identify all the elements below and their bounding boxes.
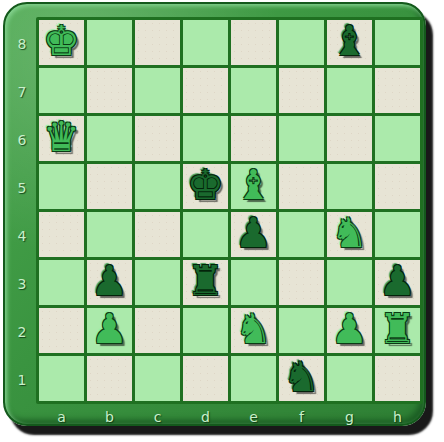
square-d1[interactable] bbox=[183, 356, 228, 401]
square-c6[interactable] bbox=[135, 116, 180, 161]
square-f7[interactable] bbox=[279, 68, 324, 113]
square-a7[interactable] bbox=[39, 68, 84, 113]
square-b2[interactable]: ♟ bbox=[87, 308, 132, 353]
rank-label-7: 7 bbox=[9, 68, 35, 116]
square-b4[interactable] bbox=[87, 212, 132, 257]
square-f1[interactable]: ♞ bbox=[279, 356, 324, 401]
rank-label-5: 5 bbox=[9, 164, 35, 212]
file-label-h: h bbox=[375, 404, 420, 430]
square-b3[interactable]: ♟ bbox=[87, 260, 132, 305]
piece-white-bishop[interactable]: ♝ bbox=[235, 165, 272, 206]
square-b6[interactable] bbox=[87, 116, 132, 161]
square-g4[interactable]: ♞ bbox=[327, 212, 372, 257]
square-g5[interactable] bbox=[327, 164, 372, 209]
piece-black-pawn[interactable]: ♟ bbox=[235, 213, 272, 254]
square-h7[interactable] bbox=[375, 68, 420, 113]
rank-labels: 87654321 bbox=[9, 20, 35, 404]
square-e5[interactable]: ♝ bbox=[231, 164, 276, 209]
square-f6[interactable] bbox=[279, 116, 324, 161]
piece-white-pawn[interactable]: ♟ bbox=[91, 309, 128, 350]
file-label-g: g bbox=[327, 404, 372, 430]
square-g7[interactable] bbox=[327, 68, 372, 113]
rank-label-1: 1 bbox=[9, 356, 35, 404]
file-label-f: f bbox=[279, 404, 324, 430]
square-d8[interactable] bbox=[183, 20, 228, 65]
file-label-d: d bbox=[183, 404, 228, 430]
square-b8[interactable] bbox=[87, 20, 132, 65]
square-b5[interactable] bbox=[87, 164, 132, 209]
piece-black-pawn[interactable]: ♟ bbox=[379, 261, 416, 302]
square-a3[interactable] bbox=[39, 260, 84, 305]
piece-black-bishop[interactable]: ♝ bbox=[331, 21, 368, 62]
square-e2[interactable]: ♞ bbox=[231, 308, 276, 353]
square-d4[interactable] bbox=[183, 212, 228, 257]
square-d2[interactable] bbox=[183, 308, 228, 353]
square-h5[interactable] bbox=[375, 164, 420, 209]
rank-label-2: 2 bbox=[9, 308, 35, 356]
piece-black-knight[interactable]: ♞ bbox=[283, 357, 320, 398]
square-h2[interactable]: ♜ bbox=[375, 308, 420, 353]
square-c3[interactable] bbox=[135, 260, 180, 305]
square-h6[interactable] bbox=[375, 116, 420, 161]
square-b1[interactable] bbox=[87, 356, 132, 401]
piece-white-knight[interactable]: ♞ bbox=[235, 309, 272, 350]
square-a4[interactable] bbox=[39, 212, 84, 257]
square-c7[interactable] bbox=[135, 68, 180, 113]
square-h3[interactable]: ♟ bbox=[375, 260, 420, 305]
square-g6[interactable] bbox=[327, 116, 372, 161]
square-c2[interactable] bbox=[135, 308, 180, 353]
square-a6[interactable]: ♛ bbox=[39, 116, 84, 161]
board-frame: 87654321 ♚♝♛♚♝♟♞♟♜♟♟♞♟♜♞ abcdefgh bbox=[3, 2, 426, 426]
square-e8[interactable] bbox=[231, 20, 276, 65]
square-e1[interactable] bbox=[231, 356, 276, 401]
square-d6[interactable] bbox=[183, 116, 228, 161]
piece-white-rook[interactable]: ♜ bbox=[379, 309, 416, 350]
piece-black-rook[interactable]: ♜ bbox=[187, 261, 224, 302]
square-c8[interactable] bbox=[135, 20, 180, 65]
rank-label-6: 6 bbox=[9, 116, 35, 164]
square-c5[interactable] bbox=[135, 164, 180, 209]
square-f4[interactable] bbox=[279, 212, 324, 257]
square-a1[interactable] bbox=[39, 356, 84, 401]
square-g3[interactable] bbox=[327, 260, 372, 305]
square-h4[interactable] bbox=[375, 212, 420, 257]
square-g1[interactable] bbox=[327, 356, 372, 401]
square-d3[interactable]: ♜ bbox=[183, 260, 228, 305]
square-e6[interactable] bbox=[231, 116, 276, 161]
piece-white-pawn[interactable]: ♟ bbox=[331, 309, 368, 350]
square-a2[interactable] bbox=[39, 308, 84, 353]
square-d7[interactable] bbox=[183, 68, 228, 113]
square-a8[interactable]: ♚ bbox=[39, 20, 84, 65]
file-labels: abcdefgh bbox=[39, 404, 420, 430]
square-h1[interactable] bbox=[375, 356, 420, 401]
piece-black-king[interactable]: ♚ bbox=[187, 165, 224, 206]
square-h8[interactable] bbox=[375, 20, 420, 65]
square-f2[interactable] bbox=[279, 308, 324, 353]
chess-app-window: 87654321 ♚♝♛♚♝♟♞♟♜♟♟♞♟♜♞ abcdefgh bbox=[0, 0, 444, 442]
square-g8[interactable]: ♝ bbox=[327, 20, 372, 65]
piece-white-knight[interactable]: ♞ bbox=[331, 213, 368, 254]
board: ♚♝♛♚♝♟♞♟♜♟♟♞♟♜♞ bbox=[36, 17, 423, 404]
piece-black-pawn[interactable]: ♟ bbox=[91, 261, 128, 302]
square-c4[interactable] bbox=[135, 212, 180, 257]
square-f8[interactable] bbox=[279, 20, 324, 65]
square-e3[interactable] bbox=[231, 260, 276, 305]
file-label-c: c bbox=[135, 404, 180, 430]
square-b7[interactable] bbox=[87, 68, 132, 113]
rank-label-4: 4 bbox=[9, 212, 35, 260]
square-f3[interactable] bbox=[279, 260, 324, 305]
square-c1[interactable] bbox=[135, 356, 180, 401]
file-label-a: a bbox=[39, 404, 84, 430]
square-a5[interactable] bbox=[39, 164, 84, 209]
square-g2[interactable]: ♟ bbox=[327, 308, 372, 353]
square-f5[interactable] bbox=[279, 164, 324, 209]
piece-white-king[interactable]: ♚ bbox=[43, 21, 80, 62]
square-e4[interactable]: ♟ bbox=[231, 212, 276, 257]
piece-white-queen[interactable]: ♛ bbox=[43, 117, 80, 158]
file-label-b: b bbox=[87, 404, 132, 430]
rank-label-3: 3 bbox=[9, 260, 35, 308]
square-d5[interactable]: ♚ bbox=[183, 164, 228, 209]
square-e7[interactable] bbox=[231, 68, 276, 113]
rank-label-8: 8 bbox=[9, 20, 35, 68]
file-label-e: e bbox=[231, 404, 276, 430]
